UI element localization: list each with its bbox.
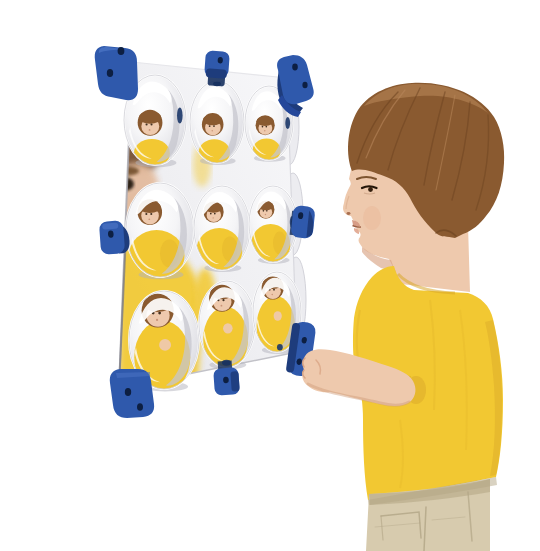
clip-hole: [292, 64, 298, 71]
clip-hole: [137, 403, 143, 411]
reflection-mouth: [211, 130, 213, 132]
reflection-eye: [263, 210, 265, 212]
clip-hole: [125, 388, 131, 396]
reflection-hand: [274, 311, 282, 321]
clip-reflection-mark: [285, 117, 290, 129]
reflection-mouth: [156, 319, 158, 321]
reflection-eye: [222, 299, 224, 301]
reflection-fringe: [139, 111, 161, 123]
eye: [368, 187, 373, 192]
reflection-eye: [273, 289, 275, 291]
reflection-eye: [150, 213, 152, 215]
reflection-eye: [262, 126, 264, 128]
reflection-fringe: [257, 116, 274, 126]
clip-reflection-mark: [277, 344, 283, 350]
clip-hole: [302, 82, 307, 88]
clip-hole: [107, 69, 113, 77]
reflection-eye: [145, 213, 147, 215]
reflection-mouth: [148, 218, 150, 220]
scene-canvas: [0, 0, 540, 551]
clip-hole: [118, 47, 125, 55]
reflection-hand: [159, 339, 171, 351]
reflection-mouth: [265, 214, 266, 215]
reflection-mouth: [221, 305, 223, 307]
reflection-hand: [223, 323, 233, 333]
reflection-mouth: [149, 129, 151, 131]
reflection-eye: [266, 210, 268, 212]
reflection-eye: [265, 126, 267, 128]
bubble-dome-r1c2: [190, 81, 244, 165]
bubble-dome-grid: [124, 75, 301, 394]
reflection-eye: [150, 124, 152, 126]
reflection-eye: [213, 125, 215, 127]
reflection-eye: [210, 213, 212, 215]
photo-stage: [0, 0, 540, 551]
reflection-eye: [214, 213, 216, 215]
reflection-eye: [158, 312, 161, 315]
reflection-fringe: [203, 115, 222, 126]
clip-bottom-left-corner: [110, 369, 154, 418]
clip-reflection-mark: [177, 107, 183, 123]
reflection-mouth: [264, 130, 265, 131]
reflection-eye: [209, 125, 211, 127]
nostril: [347, 212, 351, 215]
reflection-mouth: [212, 217, 213, 218]
clip-top-left-corner: [95, 46, 138, 100]
reflection-mouth: [271, 294, 273, 296]
reflection-eye: [146, 124, 148, 126]
cheek: [363, 206, 381, 230]
